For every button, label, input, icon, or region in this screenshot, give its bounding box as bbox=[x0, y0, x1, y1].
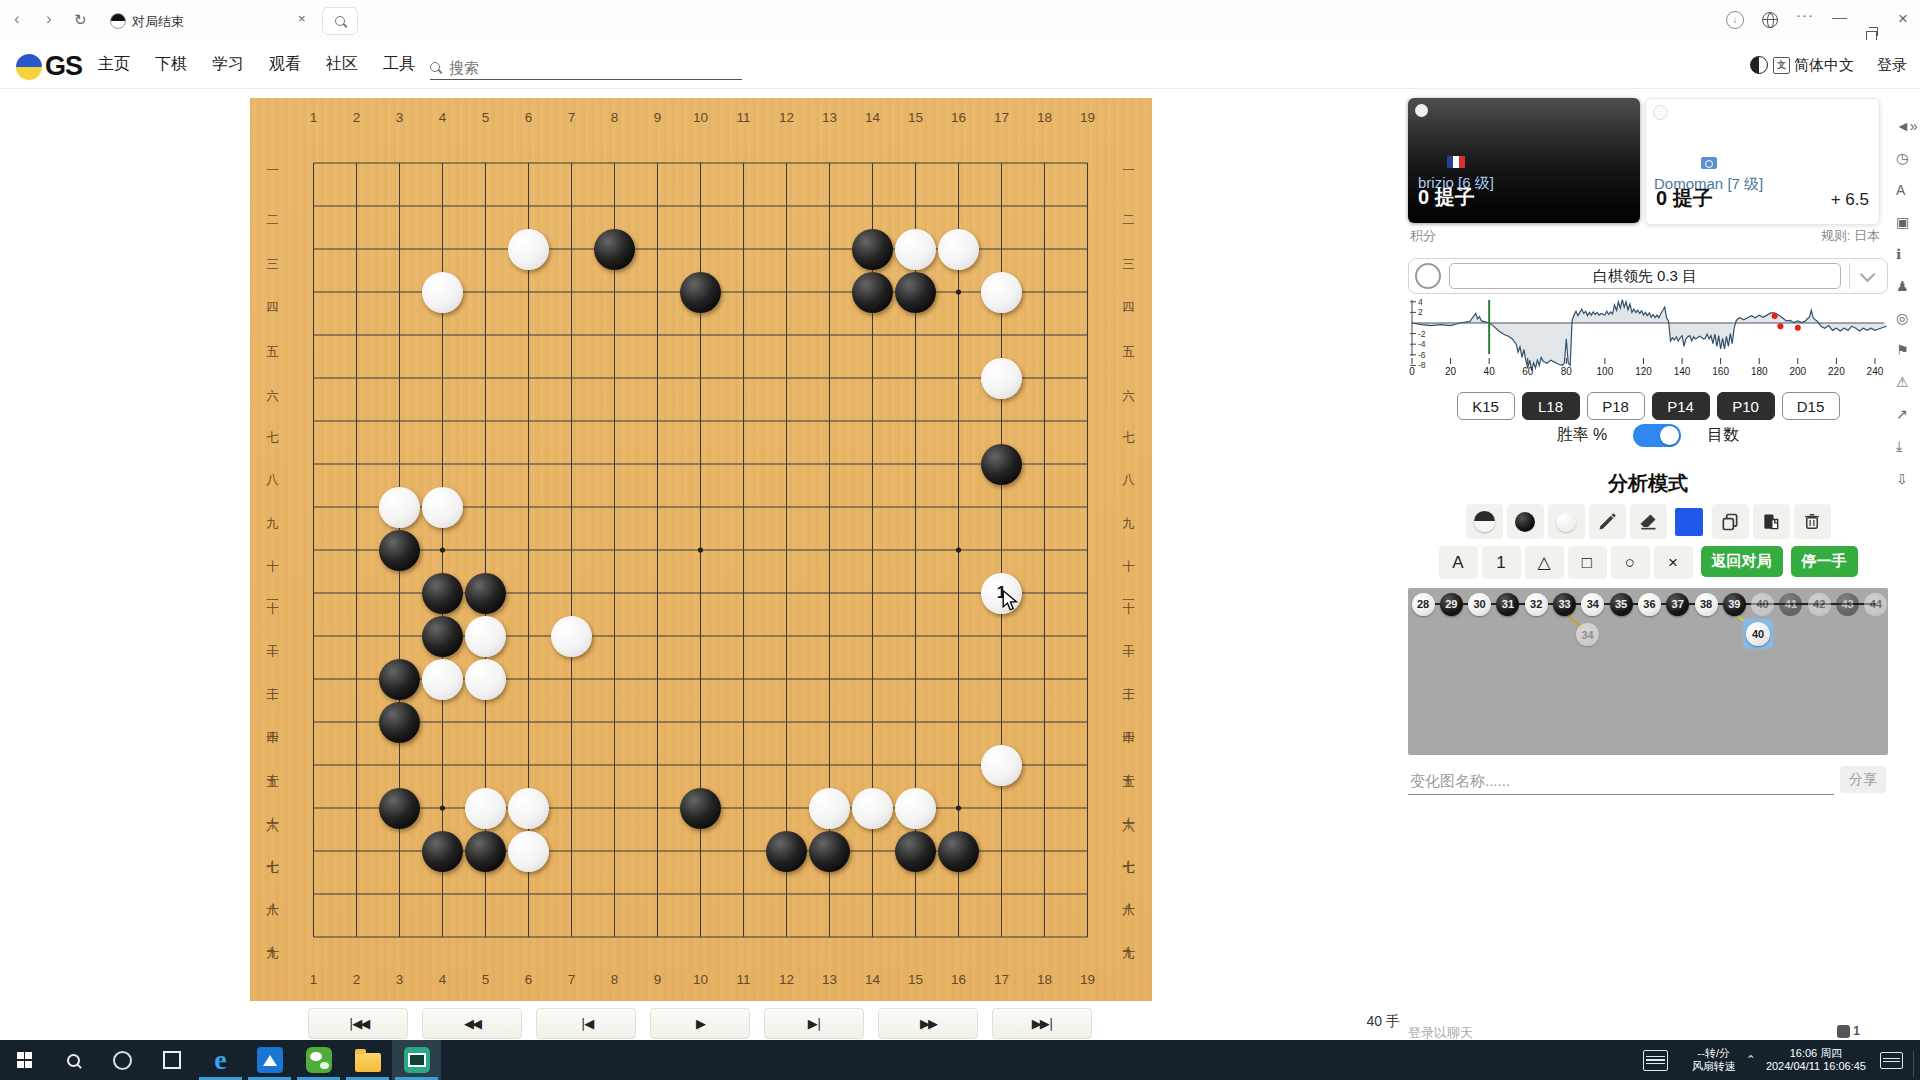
timeline-move-38[interactable]: 38 bbox=[1695, 593, 1718, 616]
row-label: 十六 bbox=[1120, 807, 1137, 809]
timeline-move-34[interactable]: 34 bbox=[1581, 593, 1604, 616]
analysis-tools-row2: A1△□○×返回对局停一手 bbox=[1408, 546, 1888, 579]
share-icon[interactable]: ↗ bbox=[1896, 406, 1908, 422]
col-label: 9 bbox=[654, 972, 662, 987]
close-window-icon[interactable]: × bbox=[1898, 9, 1908, 29]
logo-circle-icon bbox=[16, 54, 42, 80]
marker-tool-○[interactable]: ○ bbox=[1611, 546, 1650, 579]
timeline-move-31[interactable]: 31 bbox=[1496, 593, 1519, 616]
variation-name-row: 分享 bbox=[1408, 766, 1888, 794]
player-card-white[interactable]: Domoman [7 级] 0 提子 + 6.5 bbox=[1645, 98, 1880, 225]
row-label: 十五 bbox=[264, 764, 281, 766]
players-icon[interactable]: ♟ bbox=[1896, 278, 1909, 294]
mouse-cursor-icon bbox=[1002, 590, 1022, 612]
alternate-stone-tool[interactable] bbox=[1466, 504, 1503, 539]
row-label: 十四 bbox=[1120, 721, 1137, 723]
row-label: 九 bbox=[264, 507, 281, 508]
tab-favicon-go-stone-icon bbox=[110, 13, 126, 29]
board-nav-back10[interactable]: ◀◀ bbox=[422, 1008, 522, 1039]
col-label: 3 bbox=[396, 110, 404, 125]
row-label: 十七 bbox=[1120, 850, 1137, 852]
timeline-move-30[interactable]: 30 bbox=[1468, 593, 1491, 616]
pencil-tool[interactable] bbox=[1589, 504, 1626, 539]
variation-badge-40-current[interactable]: 40 bbox=[1743, 619, 1773, 649]
font-size-icon[interactable]: A bbox=[1896, 182, 1905, 198]
timeline-move-40[interactable]: 40 bbox=[1751, 593, 1774, 616]
white-stone-6-3 bbox=[508, 229, 549, 270]
col-label: 15 bbox=[908, 110, 923, 125]
col-label: 19 bbox=[1080, 110, 1095, 125]
timeline-move-35[interactable]: 35 bbox=[1610, 593, 1633, 616]
col-label: 7 bbox=[568, 972, 576, 987]
suggested-move-D15[interactable]: D15 bbox=[1782, 392, 1840, 420]
col-label: 14 bbox=[865, 972, 880, 987]
white-stone-4-9 bbox=[422, 487, 463, 528]
black-stone-14-4 bbox=[852, 272, 893, 313]
svg-text:60: 60 bbox=[1522, 366, 1534, 377]
white-stone-17-15 bbox=[981, 745, 1022, 786]
suggested-moves: K15L18P18P14P10D15 bbox=[1408, 392, 1888, 420]
analysis-ring-icon[interactable] bbox=[1415, 263, 1441, 289]
col-label: 8 bbox=[611, 110, 619, 125]
row-label: 十五 bbox=[1120, 764, 1137, 766]
timeline-move-28[interactable]: 28 bbox=[1412, 593, 1435, 616]
row-label: 十二 bbox=[264, 635, 281, 637]
divider bbox=[1849, 263, 1850, 289]
row-label: 三 bbox=[264, 249, 281, 250]
taskbar-wechat[interactable] bbox=[294, 1040, 343, 1080]
stone-layer: 1 bbox=[292, 142, 1109, 959]
white-stone-14-16 bbox=[852, 788, 893, 829]
row-label: 六 bbox=[264, 378, 281, 379]
player-color-dot bbox=[1415, 104, 1428, 117]
score-graph-svg: 4 2 -2 -4 -6 -8 0 20 40 60 80 100 120 14… bbox=[1408, 298, 1888, 378]
col-label: 10 bbox=[693, 110, 708, 125]
svg-text:100: 100 bbox=[1597, 366, 1614, 377]
windows-logo-icon bbox=[17, 1052, 33, 1068]
speaker-icon[interactable]: ◄» bbox=[1896, 118, 1918, 134]
france-flag-icon bbox=[1447, 156, 1465, 168]
timeline-move-33[interactable]: 33 bbox=[1553, 593, 1576, 616]
tab-search-button[interactable] bbox=[322, 7, 358, 35]
toggle-right-label: 目数 bbox=[1707, 425, 1739, 446]
close-tab-icon[interactable]: × bbox=[298, 11, 306, 26]
taskbar-search[interactable] bbox=[49, 1040, 98, 1080]
cortana-icon bbox=[113, 1051, 132, 1070]
edge-icon: e bbox=[214, 1047, 226, 1073]
black-stone-3-13 bbox=[379, 659, 420, 700]
row-label: 九 bbox=[1120, 507, 1137, 508]
col-label: 1 bbox=[310, 972, 318, 987]
svg-text:120: 120 bbox=[1635, 366, 1652, 377]
person-icon bbox=[1837, 1025, 1850, 1038]
marker-tool-×[interactable]: × bbox=[1654, 546, 1693, 579]
col-label: 19 bbox=[1080, 972, 1095, 987]
translate-icon: 文 bbox=[1773, 57, 1790, 74]
login-button[interactable]: 登录 bbox=[1877, 56, 1907, 75]
download-icon[interactable]: ⤓ bbox=[1896, 438, 1902, 455]
blue-app-icon bbox=[257, 1047, 283, 1073]
marker-tool-□[interactable]: □ bbox=[1568, 546, 1607, 579]
language-label: 简体中文 bbox=[1794, 56, 1854, 75]
black-stone-17-8 bbox=[981, 444, 1022, 485]
row-label: 五 bbox=[1120, 335, 1137, 336]
score-graph[interactable]: 4 2 -2 -4 -6 -8 0 20 40 60 80 100 120 14… bbox=[1408, 298, 1888, 378]
black-stone-3-10 bbox=[379, 530, 420, 571]
notification-center-icon[interactable] bbox=[1880, 1052, 1903, 1069]
row-label: 五 bbox=[264, 335, 281, 336]
board-nav-next[interactable]: ▶∣ bbox=[764, 1008, 864, 1039]
svg-text:220: 220 bbox=[1828, 366, 1845, 377]
task-view-icon bbox=[163, 1051, 181, 1069]
marker-tool-A[interactable]: A bbox=[1439, 546, 1478, 579]
share-button[interactable]: 分享 bbox=[1840, 766, 1886, 793]
pencil-icon bbox=[1597, 512, 1617, 532]
col-label: 13 bbox=[822, 110, 837, 125]
variation-stone: 40 bbox=[1746, 622, 1770, 646]
timeline-move-36[interactable]: 36 bbox=[1638, 593, 1661, 616]
svg-text:140: 140 bbox=[1674, 366, 1691, 377]
white-stone-4-13 bbox=[422, 659, 463, 700]
row-label: 二 bbox=[1120, 206, 1137, 207]
black-stone-3-14 bbox=[379, 702, 420, 743]
delete-tool[interactable] bbox=[1794, 504, 1831, 539]
white-stone-15-3 bbox=[895, 229, 936, 270]
timeline-move-39[interactable]: 39 bbox=[1723, 593, 1746, 616]
row-label: 十六 bbox=[264, 807, 281, 809]
logo[interactable]: GS bbox=[16, 51, 82, 82]
col-label: 17 bbox=[994, 972, 1009, 987]
folder-icon bbox=[355, 1053, 381, 1072]
more-menu-icon[interactable]: ··· bbox=[1796, 6, 1814, 23]
search-input[interactable] bbox=[447, 58, 701, 77]
timeline-move-29[interactable]: 29 bbox=[1440, 593, 1463, 616]
eraser-tool[interactable] bbox=[1630, 504, 1667, 539]
suggested-move-K15[interactable]: K15 bbox=[1457, 392, 1515, 420]
player-color-dot bbox=[1653, 105, 1668, 120]
black-stone-5-11 bbox=[465, 573, 506, 614]
marker-tool-1[interactable]: 1 bbox=[1482, 546, 1521, 579]
nav-search[interactable] bbox=[430, 55, 742, 80]
board-row-labels-right: 一二三四五六七八九十十一十二十三十四十五十六十七十八十九 bbox=[1110, 142, 1146, 959]
white-stone-4-4 bbox=[422, 272, 463, 313]
svg-text:180: 180 bbox=[1751, 366, 1768, 377]
theme-contrast-icon[interactable] bbox=[1750, 56, 1768, 74]
col-label: 1 bbox=[310, 110, 318, 125]
row-label: 七 bbox=[264, 421, 281, 422]
logo-text: GS bbox=[45, 51, 82, 82]
row-label: 十二 bbox=[1120, 635, 1137, 637]
search-icon bbox=[430, 62, 440, 72]
suggested-move-P10[interactable]: P10 bbox=[1717, 392, 1775, 420]
variation-badge-34[interactable]: 34 bbox=[1576, 623, 1599, 646]
row-label: 十八 bbox=[1120, 893, 1137, 895]
black-stone-10-4 bbox=[680, 272, 721, 313]
row-label: 十三 bbox=[264, 678, 281, 680]
chat-row[interactable]: 登录以聊天 1 bbox=[1408, 1024, 1888, 1040]
export-icon[interactable]: ⇩ bbox=[1896, 471, 1908, 487]
suggested-move-P14[interactable]: P14 bbox=[1652, 392, 1710, 420]
alternate-stone-icon bbox=[1474, 511, 1495, 532]
fan-speed-widget[interactable]: --转/分风扇转速 bbox=[1692, 1047, 1736, 1073]
paste-tool[interactable] bbox=[1753, 504, 1790, 539]
black-stone-15-4 bbox=[895, 272, 936, 313]
taskbar-screen-app[interactable] bbox=[392, 1040, 441, 1080]
svg-text:20: 20 bbox=[1445, 366, 1457, 377]
row-label: 十 bbox=[264, 550, 281, 551]
svg-text:160: 160 bbox=[1712, 366, 1729, 377]
col-label: 18 bbox=[1037, 972, 1052, 987]
col-label: 5 bbox=[482, 972, 490, 987]
analysis-mode-title: 分析模式 bbox=[1408, 470, 1888, 497]
black-stone-12-17 bbox=[766, 831, 807, 872]
row-label: 八 bbox=[264, 464, 281, 465]
white-stone-6-17 bbox=[508, 831, 549, 872]
warning-icon[interactable]: ⚠ bbox=[1896, 374, 1909, 390]
timeline-move-41[interactable]: 41 bbox=[1779, 593, 1802, 616]
taskbar-edge[interactable]: e bbox=[196, 1040, 245, 1080]
black-stone-4-17 bbox=[422, 831, 463, 872]
winrate-bar: 白棋领先 0.3 目 bbox=[1408, 258, 1888, 294]
cortana-button[interactable] bbox=[98, 1040, 147, 1080]
col-label: 2 bbox=[353, 972, 361, 987]
white-stone-tool[interactable] bbox=[1548, 504, 1585, 539]
white-stone-7-12 bbox=[551, 616, 592, 657]
black-captures: 0 提子 bbox=[1418, 184, 1475, 211]
board-nav-controls: ∣◀◀◀◀∣◀▶▶∣▶▶▶▶∣ bbox=[308, 1008, 1092, 1037]
svg-text:4: 4 bbox=[1418, 298, 1423, 307]
col-label: 3 bbox=[396, 972, 404, 987]
screen-icon[interactable]: ▣ bbox=[1896, 214, 1909, 230]
marker-tool-△[interactable]: △ bbox=[1525, 546, 1564, 579]
col-label: 9 bbox=[654, 110, 662, 125]
menu-item-5[interactable]: 工具 bbox=[383, 54, 415, 75]
row-label: 一 bbox=[1120, 163, 1137, 164]
return-to-game-button[interactable]: 返回对局 bbox=[1701, 546, 1783, 577]
move-timeline[interactable]: 2829303132333435363738394041424344 34 40 bbox=[1408, 588, 1888, 755]
black-stone-8-3 bbox=[594, 229, 635, 270]
tray-expand-icon[interactable]: ⌃ bbox=[1746, 1053, 1756, 1067]
ime-icon[interactable] bbox=[1643, 1050, 1668, 1071]
go-board[interactable]: 12345678910111213141516171819 1234567891… bbox=[250, 98, 1152, 1001]
chat-placeholder: 登录以聊天 bbox=[1408, 1025, 1473, 1040]
page-side-icons: ◄»◷A▣ℹ♟◎⚑⚠↗⤓⇩ bbox=[1896, 118, 1920, 487]
start-button[interactable] bbox=[0, 1040, 49, 1080]
col-label: 4 bbox=[439, 972, 447, 987]
white-stone-16-3 bbox=[938, 229, 979, 270]
black-stone-icon bbox=[1515, 512, 1535, 532]
board-nav-first[interactable]: ∣◀◀ bbox=[308, 1008, 408, 1039]
flag-icon[interactable]: ⚑ bbox=[1896, 342, 1909, 358]
minimize-icon[interactable]: — bbox=[1832, 8, 1847, 25]
timeline-move-43[interactable]: 43 bbox=[1836, 593, 1859, 616]
svg-text:-6: -6 bbox=[1418, 350, 1426, 360]
player-card-black[interactable]: brizio [6 级] 0 提子 bbox=[1408, 98, 1640, 223]
col-label: 12 bbox=[779, 110, 794, 125]
white-stone-3-9 bbox=[379, 487, 420, 528]
taskbar-app-blue[interactable] bbox=[245, 1040, 294, 1080]
black-stone-13-17 bbox=[809, 831, 850, 872]
board-col-labels-bottom: 12345678910111213141516171819 bbox=[292, 964, 1109, 994]
search-icon bbox=[67, 1054, 80, 1067]
board-nav-last[interactable]: ▶▶∣ bbox=[992, 1008, 1092, 1039]
svg-text:-2: -2 bbox=[1418, 329, 1426, 339]
col-label: 11 bbox=[736, 972, 750, 987]
row-label: 十九 bbox=[264, 936, 281, 938]
menu-item-4[interactable]: 社区 bbox=[326, 54, 358, 75]
clock[interactable]: 16:06 周四2024/04/11 16:06:45 bbox=[1766, 1047, 1866, 1073]
row-label: 十 bbox=[1120, 550, 1137, 551]
menu-item-0[interactable]: 主页 bbox=[98, 54, 130, 75]
search-icon bbox=[335, 16, 345, 26]
downloads-icon[interactable]: ↓ bbox=[1726, 11, 1744, 29]
svg-text:240: 240 bbox=[1867, 366, 1884, 377]
col-label: 4 bbox=[439, 110, 447, 125]
board-nav-fwd10[interactable]: ▶▶ bbox=[878, 1008, 978, 1039]
row-label: 十一 bbox=[264, 592, 281, 594]
col-label: 2 bbox=[353, 110, 361, 125]
white-captures: 0 提子 bbox=[1656, 185, 1713, 212]
row-label: 六 bbox=[1120, 378, 1137, 379]
timeline-move-42[interactable]: 42 bbox=[1808, 593, 1831, 616]
white-stone-6-16 bbox=[508, 788, 549, 829]
winrate-toggle-row: 胜率 % 目数 bbox=[1408, 424, 1888, 447]
col-label: 14 bbox=[865, 110, 880, 125]
black-stone-16-17 bbox=[938, 831, 979, 872]
row-label: 十八 bbox=[264, 893, 281, 895]
trash-icon bbox=[1803, 512, 1821, 531]
copy-tool[interactable] bbox=[1712, 504, 1749, 539]
back-icon[interactable]: ‹ bbox=[14, 9, 20, 29]
winrate-text: 白棋领先 0.3 目 bbox=[1449, 263, 1841, 289]
col-label: 16 bbox=[951, 110, 966, 125]
un-flag-icon bbox=[1701, 157, 1717, 169]
board-nav-back[interactable]: ∣◀ bbox=[536, 1008, 636, 1039]
board-row-labels-left: 一二三四五六七八九十十一十二十三十四十五十六十七十八十九 bbox=[254, 142, 290, 959]
col-label: 12 bbox=[779, 972, 794, 987]
timer-icon[interactable]: ◷ bbox=[1896, 150, 1908, 166]
white-stone-5-16 bbox=[465, 788, 506, 829]
black-stone-10-16 bbox=[680, 788, 721, 829]
col-label: 8 bbox=[611, 972, 619, 987]
info-icon[interactable]: ℹ bbox=[1896, 246, 1901, 262]
rules-label: 规则: 日本 bbox=[1821, 227, 1880, 245]
browser-tab-bar: ‹ › ↻ 对局结束 × ↓ ··· — × bbox=[0, 0, 1920, 40]
tab-title[interactable]: 对局结束 bbox=[132, 13, 184, 31]
wechat-icon bbox=[306, 1047, 332, 1073]
white-stone-13-16 bbox=[809, 788, 850, 829]
eraser-icon bbox=[1638, 512, 1658, 532]
move-count: 40 手 bbox=[1300, 1013, 1400, 1031]
paste-icon bbox=[1761, 512, 1781, 532]
chevron-down-icon[interactable] bbox=[1860, 266, 1876, 282]
language-switch[interactable]: 文 简体中文 bbox=[1773, 56, 1854, 75]
col-label: 13 bbox=[822, 972, 837, 987]
row-label: 十四 bbox=[264, 721, 281, 723]
task-view-button[interactable] bbox=[147, 1040, 196, 1080]
taskbar: e --转/分风扇转速 ⌃ 16:06 周四2024/04/11 16:06:4… bbox=[0, 1040, 1920, 1080]
svg-text:80: 80 bbox=[1561, 366, 1573, 377]
row-label: 二 bbox=[264, 206, 281, 207]
col-label: 15 bbox=[908, 972, 923, 987]
taskbar-explorer[interactable] bbox=[343, 1040, 392, 1080]
row-label: 三 bbox=[1120, 249, 1137, 250]
row-label: 十三 bbox=[1120, 678, 1137, 680]
timeline-move-37[interactable]: 37 bbox=[1666, 593, 1689, 616]
col-label: 10 bbox=[693, 972, 708, 987]
site-nav: GS 主页下棋学习观看社区工具 文 简体中文 登录 bbox=[0, 40, 1920, 89]
toggle-left-label: 胜率 % bbox=[1557, 425, 1608, 446]
forward-icon[interactable]: › bbox=[46, 9, 52, 29]
svg-text:200: 200 bbox=[1789, 366, 1806, 377]
menu-item-2[interactable]: 学习 bbox=[212, 54, 244, 75]
screen-share-icon bbox=[404, 1047, 430, 1073]
col-label: 17 bbox=[994, 110, 1009, 125]
row-label: 十七 bbox=[264, 850, 281, 852]
white-stone-5-13 bbox=[465, 659, 506, 700]
analysis-panel: brizio [6 级] 0 提子 Domoman [7 级] 0 提子 + 6… bbox=[1408, 98, 1888, 1033]
board-col-labels-top: 12345678910111213141516171819 bbox=[292, 102, 1109, 132]
white-stone-17-6 bbox=[981, 358, 1022, 399]
main-menu: 主页下棋学习观看社区工具 bbox=[98, 54, 415, 75]
score-label: 积分 bbox=[1410, 227, 1436, 245]
row-label: 七 bbox=[1120, 421, 1137, 422]
black-stone-4-11 bbox=[422, 573, 463, 614]
row-label: 八 bbox=[1120, 464, 1137, 465]
color-swatch-tool[interactable] bbox=[1671, 504, 1708, 539]
white-stone-15-16 bbox=[895, 788, 936, 829]
board-nav-play[interactable]: ▶ bbox=[650, 1008, 750, 1039]
menu-item-3[interactable]: 观看 bbox=[269, 54, 301, 75]
black-stone-14-3 bbox=[852, 229, 893, 270]
row-label: 四 bbox=[264, 292, 281, 293]
blue-color-swatch bbox=[1675, 508, 1703, 536]
black-stone-15-17 bbox=[895, 831, 936, 872]
suggested-move-P18[interactable]: P18 bbox=[1587, 392, 1645, 420]
black-stone-tool[interactable] bbox=[1507, 504, 1544, 539]
target-icon[interactable]: ◎ bbox=[1896, 310, 1908, 326]
timeline-move-44[interactable]: 44 bbox=[1864, 593, 1887, 616]
chat-users-badge: 1 bbox=[1837, 1024, 1860, 1038]
white-stone-17-4 bbox=[981, 272, 1022, 313]
black-stone-3-16 bbox=[379, 788, 420, 829]
col-label: 6 bbox=[525, 110, 533, 125]
show-desktop-sliver[interactable] bbox=[1913, 1051, 1914, 1077]
variation-stone: 34 bbox=[1576, 623, 1599, 646]
globe-icon[interactable] bbox=[1762, 12, 1778, 28]
suggested-move-L18[interactable]: L18 bbox=[1522, 392, 1580, 420]
svg-text:-4: -4 bbox=[1418, 339, 1426, 349]
menu-item-1[interactable]: 下棋 bbox=[155, 54, 187, 75]
toggle-knob bbox=[1660, 426, 1679, 445]
black-stone-4-12 bbox=[422, 616, 463, 657]
col-label: 7 bbox=[568, 110, 576, 125]
black-stone-5-17 bbox=[465, 831, 506, 872]
winrate-score-toggle[interactable] bbox=[1633, 424, 1681, 447]
row-label: 十九 bbox=[1120, 936, 1137, 938]
white-stone-icon bbox=[1556, 512, 1576, 532]
col-label: 18 bbox=[1037, 110, 1052, 125]
col-label: 6 bbox=[525, 972, 533, 987]
timeline-move-32[interactable]: 32 bbox=[1525, 593, 1548, 616]
col-label: 16 bbox=[951, 972, 966, 987]
row-label: 一 bbox=[264, 163, 281, 164]
reload-icon[interactable]: ↻ bbox=[74, 11, 87, 29]
row-label: 四 bbox=[1120, 292, 1137, 293]
pass-button[interactable]: 停一手 bbox=[1791, 546, 1858, 577]
analysis-tools-row1 bbox=[1408, 504, 1888, 539]
variation-name-input[interactable] bbox=[1408, 766, 1834, 795]
